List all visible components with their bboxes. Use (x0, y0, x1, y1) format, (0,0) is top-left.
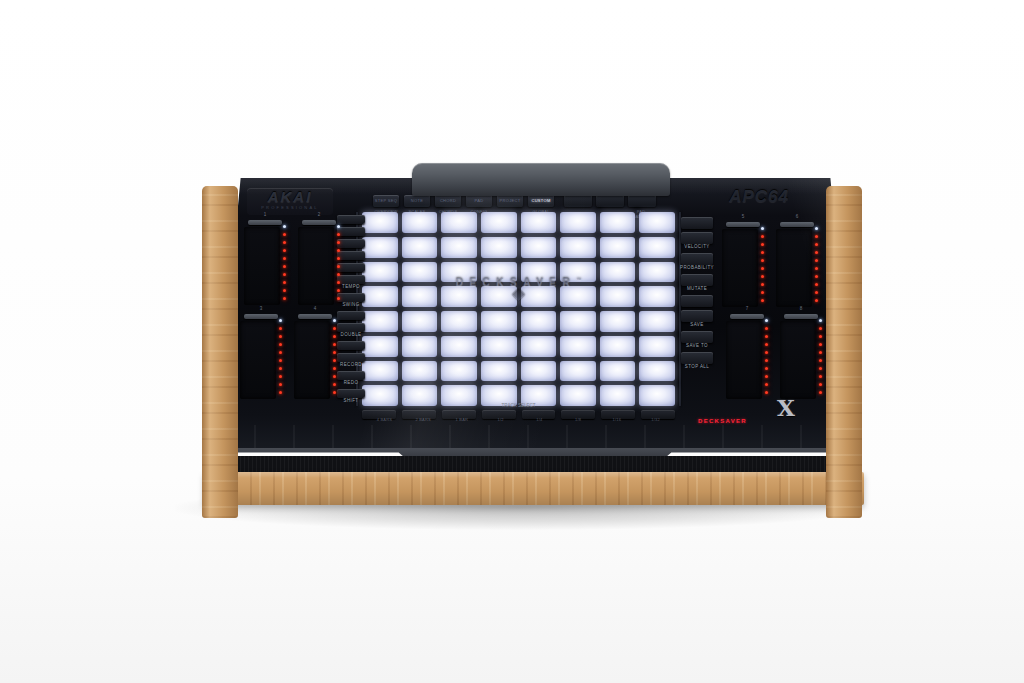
right-button-stop-all[interactable] (681, 352, 713, 364)
strip-led-red (819, 343, 822, 346)
strip-led-red (279, 359, 282, 362)
strip-led-red (761, 275, 764, 278)
pad-r1c3[interactable] (441, 212, 477, 233)
pad-r7c5[interactable] (521, 361, 557, 382)
strip-led-red (765, 335, 768, 338)
pad-r5c2[interactable] (402, 311, 438, 332)
note-division-labels: 4 BARS2 BARS1 BAR1/21/41/81/161/32 (365, 417, 675, 422)
strip-led-red (279, 343, 282, 346)
top-button-chord[interactable]: CHORD (435, 195, 461, 207)
strip-led-red (279, 327, 282, 330)
strip-led-column (337, 225, 340, 300)
strip-led-red (279, 335, 282, 338)
touch-strip-8[interactable]: 8 (779, 306, 823, 402)
button-caption: PROBABILITY (680, 265, 714, 271)
pad-r7c7[interactable] (600, 361, 636, 382)
cover-bottom-edge (215, 425, 856, 448)
pad-r5c8[interactable] (639, 311, 675, 332)
strip-led-red (337, 289, 340, 292)
strip-top-cap (298, 314, 332, 319)
right-button-blank-4[interactable] (681, 295, 713, 307)
top-button-blank-7[interactable] (596, 195, 624, 207)
strip-led-red (279, 351, 282, 354)
left-button-double[interactable] (337, 323, 365, 332)
touch-strip-7[interactable]: 7 (725, 306, 769, 402)
strip-led-red (283, 241, 286, 244)
button-caption: STOP ALL (685, 364, 709, 370)
strip-led-red (815, 243, 818, 246)
pad-r2c5[interactable] (521, 237, 557, 258)
pad-r3c3[interactable] (441, 262, 477, 283)
strip-led-red (333, 343, 336, 346)
strip-led-red (815, 291, 818, 294)
decksaver-red-wordmark: DECKSAVER (698, 418, 747, 424)
strip-channel[interactable] (726, 321, 762, 399)
button-caption: SWING (342, 302, 359, 308)
apc64-logo: APC64 (685, 187, 789, 211)
strip-number: 4 (293, 306, 337, 312)
strip-channel[interactable] (776, 229, 812, 307)
pad-r1c4[interactable] (481, 212, 517, 233)
pad-r2c7[interactable] (600, 237, 636, 258)
strip-led-red (815, 267, 818, 270)
strip-led-red (279, 383, 282, 386)
strip-channel[interactable] (722, 229, 758, 307)
button-caption: DOUBLE (341, 332, 362, 338)
left-button-blank-9[interactable] (337, 341, 365, 350)
strip-led-red (765, 327, 768, 330)
strip-led-column (765, 319, 768, 394)
strip-led-white (815, 227, 818, 230)
division-label-2: 2 BARS (404, 417, 443, 422)
pad-r6c6[interactable] (560, 336, 596, 357)
strip-led-red (765, 351, 768, 354)
strip-led-red (333, 359, 336, 362)
strip-led-white (337, 225, 340, 228)
stand-front-rail (204, 472, 864, 505)
strip-led-red (815, 251, 818, 254)
pad-r2c2[interactable] (402, 237, 438, 258)
strip-led-red (819, 367, 822, 370)
strip-led-red (819, 351, 822, 354)
strip-led-red (337, 281, 340, 284)
strip-number: 7 (725, 306, 769, 312)
top-button-project[interactable]: PROJECT (497, 195, 523, 207)
akai-professional-label: PROFESSIONAL (247, 205, 333, 210)
left-button-record[interactable] (337, 353, 365, 362)
pad-r4c6[interactable] (560, 286, 596, 307)
right-button-probability[interactable] (681, 253, 713, 265)
strip-led-white (765, 319, 768, 322)
strip-led-red (333, 383, 336, 386)
pad-r5c4[interactable] (481, 311, 517, 332)
pad-r3c5[interactable] (521, 262, 557, 283)
touch-strip-2[interactable]: 2 (297, 212, 341, 308)
pad-r7c3[interactable] (441, 361, 477, 382)
left-button-blank-4[interactable] (337, 263, 365, 272)
pad-r3c6[interactable] (560, 262, 596, 283)
strip-led-red (337, 265, 340, 268)
strip-led-red (333, 367, 336, 370)
division-label-1: 4 BARS (365, 417, 404, 422)
strip-led-white (333, 319, 336, 322)
strip-led-red (283, 233, 286, 236)
button-caption: VELOCITY (684, 244, 709, 250)
strip-led-red (765, 391, 768, 394)
strip-led-column (819, 319, 822, 394)
track-select-caption: TRACK SELECT (362, 403, 675, 408)
pad-r4c8[interactable] (639, 286, 675, 307)
strip-led-red (819, 335, 822, 338)
strip-led-red (337, 249, 340, 252)
strip-led-red (761, 251, 764, 254)
strip-led-red (283, 249, 286, 252)
strip-led-red (819, 383, 822, 386)
left-button-blank-1[interactable] (337, 227, 365, 236)
left-button-blank-7[interactable] (337, 311, 365, 320)
strip-led-red (337, 273, 340, 276)
strip-led-white (283, 225, 286, 228)
strip-led-red (815, 275, 818, 278)
top-button-note[interactable]: NOTE (404, 195, 430, 207)
right-button-save-to[interactable] (681, 331, 713, 343)
strip-led-red (765, 383, 768, 386)
pad-r7c8[interactable] (639, 361, 675, 382)
pad-r5c5[interactable] (521, 311, 557, 332)
strip-led-red (333, 375, 336, 378)
left-button-blank-3[interactable] (337, 251, 365, 260)
pad-r3c7[interactable] (600, 262, 636, 283)
pad-r2c3[interactable] (441, 237, 477, 258)
pad-r6c8[interactable] (639, 336, 675, 357)
top-button-pad[interactable]: PAD (466, 195, 492, 207)
division-label-8: 1/32 (636, 417, 675, 422)
pad-r3c2[interactable] (402, 262, 438, 283)
strip-led-red (761, 259, 764, 262)
product-photo-scene: AKAI PROFESSIONAL APC64 STEP SEQOVERVIEW… (0, 0, 1024, 683)
strip-number: 1 (243, 212, 287, 218)
pad-grid-8x8 (362, 212, 675, 406)
strip-led-red (819, 327, 822, 330)
strip-led-red (815, 235, 818, 238)
strip-led-red (337, 257, 340, 260)
strip-number: 6 (775, 214, 819, 220)
strip-led-red (337, 233, 340, 236)
strip-led-column (279, 319, 282, 394)
strip-led-red (283, 297, 286, 300)
strip-top-cap (780, 222, 814, 227)
pad-r6c2[interactable] (402, 336, 438, 357)
pad-r6c7[interactable] (600, 336, 636, 357)
strip-channel[interactable] (780, 321, 816, 399)
strip-led-red (765, 343, 768, 346)
pad-r2c6[interactable] (560, 237, 596, 258)
pad-r2c4[interactable] (481, 237, 517, 258)
strip-led-white (761, 227, 764, 230)
touch-strip-5[interactable]: 5 (721, 214, 765, 310)
pad-r1c8[interactable] (639, 212, 675, 233)
strip-number: 3 (239, 306, 283, 312)
strip-led-red (765, 375, 768, 378)
strip-number: 8 (779, 306, 823, 312)
pad-r1c5[interactable] (521, 212, 557, 233)
pad-r7c4[interactable] (481, 361, 517, 382)
top-button-step-seq[interactable]: STEP SEQ (373, 195, 399, 207)
button-caption: REDO (344, 380, 359, 386)
strip-led-red (815, 299, 818, 302)
strip-led-column (283, 225, 286, 300)
strip-led-red (333, 335, 336, 338)
pad-r4c4[interactable] (481, 286, 517, 307)
touch-strip-4[interactable]: 4 (293, 306, 337, 402)
right-button-blank-0[interactable] (681, 217, 713, 229)
strip-led-red (815, 259, 818, 262)
pad-r3c4[interactable] (481, 262, 517, 283)
button-caption: RECORD (340, 362, 362, 368)
strip-led-column (333, 319, 336, 394)
strip-top-cap (726, 222, 760, 227)
strip-led-column (761, 227, 764, 302)
pad-r6c4[interactable] (481, 336, 517, 357)
strip-led-red (765, 367, 768, 370)
pad-r6c5[interactable] (521, 336, 557, 357)
strip-led-red (279, 367, 282, 370)
pad-r3c8[interactable] (639, 262, 675, 283)
button-caption: SAVE (690, 322, 703, 328)
touch-strips-right-top: 56 (721, 214, 819, 310)
touch-strip-3[interactable]: 3 (239, 306, 283, 402)
strip-channel[interactable] (298, 227, 334, 305)
akai-wordmark: AKAI (247, 188, 333, 205)
strip-led-red (819, 375, 822, 378)
pad-r7c6[interactable] (560, 361, 596, 382)
strip-led-red (761, 243, 764, 246)
strip-led-red (761, 299, 764, 302)
top-button-blank-8[interactable] (628, 195, 656, 207)
division-label-7: 1/16 (598, 417, 637, 422)
strip-led-red (283, 273, 286, 276)
pad-r1c2[interactable] (402, 212, 438, 233)
strip-led-red (333, 327, 336, 330)
stand-right-panel (826, 186, 862, 518)
strip-led-column (815, 227, 818, 302)
pad-r4c3[interactable] (441, 286, 477, 307)
pad-r5c3[interactable] (441, 311, 477, 332)
division-label-5: 1/4 (520, 417, 559, 422)
division-label-3: 1 BAR (443, 417, 482, 422)
strip-led-red (815, 283, 818, 286)
strip-led-red (279, 391, 282, 394)
button-caption: SHIFT (344, 398, 359, 404)
pad-r4c5[interactable] (521, 286, 557, 307)
strip-top-cap (784, 314, 818, 319)
pad-r4c7[interactable] (600, 286, 636, 307)
left-button-tempo[interactable] (337, 275, 365, 284)
division-label-4: 1/2 (481, 417, 520, 422)
strip-led-red (337, 297, 340, 300)
strip-led-red (283, 289, 286, 292)
strip-channel[interactable] (240, 321, 276, 399)
right-button-velocity[interactable] (681, 232, 713, 244)
strip-channel[interactable] (244, 227, 280, 305)
left-button-blank-2[interactable] (337, 239, 365, 248)
strip-top-cap (244, 314, 278, 319)
strip-led-red (337, 241, 340, 244)
touch-strips-left-top: 12 (243, 212, 341, 308)
right-button-save[interactable] (681, 310, 713, 322)
decksaver-raised-lid (412, 163, 670, 196)
strip-led-red (761, 291, 764, 294)
strip-led-red (765, 359, 768, 362)
strip-led-red (819, 391, 822, 394)
pad-r1c6[interactable] (560, 212, 596, 233)
pad-r5c6[interactable] (560, 311, 596, 332)
strip-led-red (283, 265, 286, 268)
strip-led-red (279, 375, 282, 378)
top-button-custom[interactable]: CUSTOM (528, 195, 554, 207)
right-button-mutate[interactable] (681, 274, 713, 286)
strip-channel[interactable] (294, 321, 330, 399)
strip-led-red (333, 391, 336, 394)
button-caption: TEMPO (342, 284, 360, 290)
strip-led-red (283, 281, 286, 284)
strip-led-red (819, 359, 822, 362)
touch-strips-right-bottom: 78 (725, 306, 823, 402)
strip-led-white (819, 319, 822, 322)
button-caption: SAVE TO (686, 343, 708, 349)
apc64-with-cover: AKAI PROFESSIONAL APC64 STEP SEQOVERVIEW… (215, 178, 856, 448)
strip-led-red (333, 351, 336, 354)
stand-left-panel (202, 186, 238, 518)
strip-top-cap (730, 314, 764, 319)
decksaver-x-logo: X (777, 396, 795, 420)
pad-r1c7[interactable] (600, 212, 636, 233)
left-button-redo[interactable] (337, 371, 365, 380)
pad-r6c3[interactable] (441, 336, 477, 357)
strip-led-red (761, 267, 764, 270)
pad-r4c2[interactable] (402, 286, 438, 307)
strip-number: 2 (297, 212, 341, 218)
touch-strip-1[interactable]: 1 (243, 212, 287, 308)
strip-led-red (283, 257, 286, 260)
touch-strips-left-bottom: 34 (239, 306, 337, 402)
strip-top-cap (302, 220, 336, 225)
strip-number: 5 (721, 214, 765, 220)
strip-led-white (279, 319, 282, 322)
division-label-6: 1/8 (559, 417, 598, 422)
akai-logo: AKAI PROFESSIONAL (247, 188, 333, 215)
pad-r2c8[interactable] (639, 237, 675, 258)
strip-led-red (761, 283, 764, 286)
touch-strip-6[interactable]: 6 (775, 214, 819, 310)
left-button-swing[interactable] (337, 293, 365, 302)
strip-led-red (761, 235, 764, 238)
pad-r5c7[interactable] (600, 311, 636, 332)
left-button-shift[interactable] (337, 389, 365, 398)
right-function-buttons: VELOCITYPROBABILITYMUTATESAVESAVE TOSTOP… (676, 214, 718, 370)
strip-top-cap (248, 220, 282, 225)
pad-r7c2[interactable] (402, 361, 438, 382)
button-caption: MUTATE (687, 286, 707, 292)
top-button-blank-6[interactable] (564, 195, 592, 207)
left-button-blank-0[interactable] (337, 215, 365, 224)
